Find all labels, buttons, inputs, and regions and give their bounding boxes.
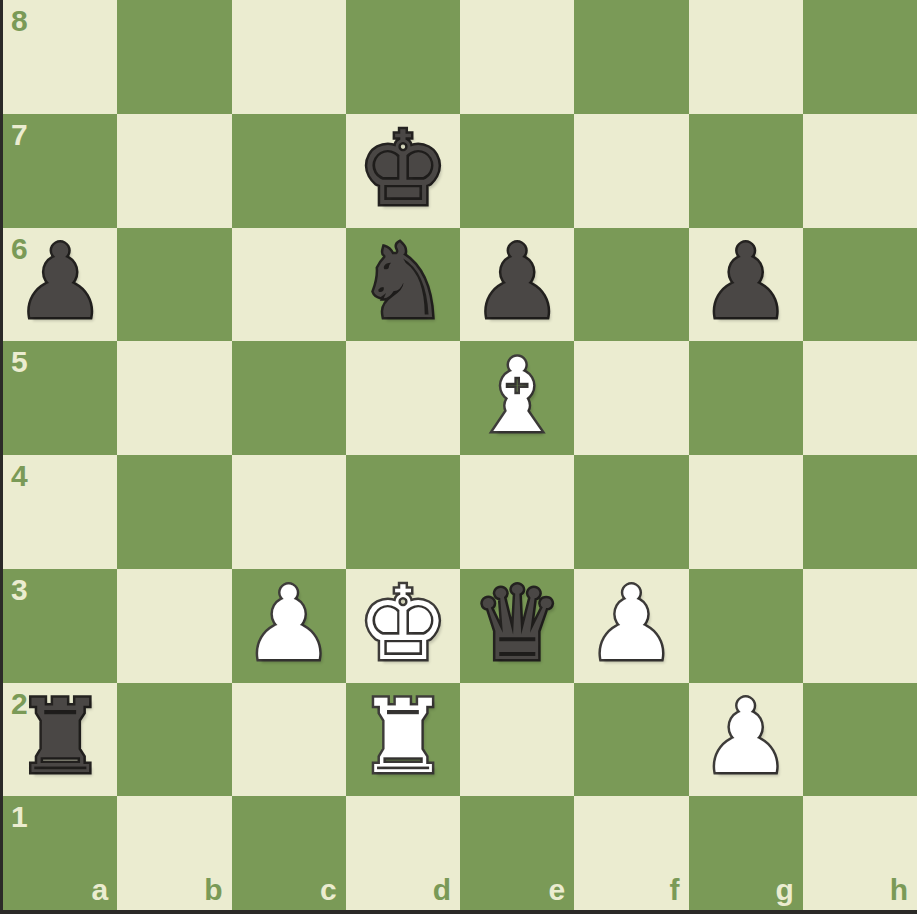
- square-h8[interactable]: [803, 0, 917, 114]
- square-d3[interactable]: ♚: [346, 569, 460, 683]
- square-b7[interactable]: [117, 114, 231, 228]
- chess-board: 87♚6♟♞♟♟5♝43♟♚♛♟2♜♜♟1abcdefgh: [3, 0, 917, 910]
- square-h1[interactable]: h: [803, 796, 917, 910]
- page-background: 87♚6♟♞♟♟5♝43♟♚♛♟2♜♜♟1abcdefgh: [0, 0, 917, 914]
- square-d7[interactable]: ♚: [346, 114, 460, 228]
- square-f2[interactable]: [574, 683, 688, 797]
- file-label-a: a: [92, 875, 109, 905]
- square-b1[interactable]: b: [117, 796, 231, 910]
- square-b5[interactable]: [117, 341, 231, 455]
- square-f6[interactable]: [574, 228, 688, 342]
- file-label-f: f: [670, 875, 680, 905]
- square-g5[interactable]: [689, 341, 803, 455]
- square-h3[interactable]: [803, 569, 917, 683]
- square-c3[interactable]: ♟: [232, 569, 346, 683]
- square-c4[interactable]: [232, 455, 346, 569]
- square-g4[interactable]: [689, 455, 803, 569]
- square-h7[interactable]: [803, 114, 917, 228]
- file-label-c: c: [320, 875, 337, 905]
- square-e8[interactable]: [460, 0, 574, 114]
- square-b2[interactable]: [117, 683, 231, 797]
- square-e6[interactable]: ♟: [460, 228, 574, 342]
- square-d8[interactable]: [346, 0, 460, 114]
- square-f8[interactable]: [574, 0, 688, 114]
- square-d6[interactable]: ♞: [346, 228, 460, 342]
- square-e4[interactable]: [460, 455, 574, 569]
- piece-black-knight[interactable]: ♞: [357, 231, 448, 333]
- square-e1[interactable]: e: [460, 796, 574, 910]
- square-d5[interactable]: [346, 341, 460, 455]
- piece-black-pawn[interactable]: ♟: [14, 231, 105, 333]
- square-d2[interactable]: ♜: [346, 683, 460, 797]
- square-e2[interactable]: [460, 683, 574, 797]
- square-d1[interactable]: d: [346, 796, 460, 910]
- square-h5[interactable]: [803, 341, 917, 455]
- square-c7[interactable]: [232, 114, 346, 228]
- file-label-b: b: [204, 875, 222, 905]
- rank-label-1: 1: [11, 802, 28, 832]
- square-a7[interactable]: 7: [3, 114, 117, 228]
- square-a3[interactable]: 3: [3, 569, 117, 683]
- square-b4[interactable]: [117, 455, 231, 569]
- square-a2[interactable]: 2♜: [3, 683, 117, 797]
- square-g6[interactable]: ♟: [689, 228, 803, 342]
- square-f1[interactable]: f: [574, 796, 688, 910]
- file-label-e: e: [549, 875, 566, 905]
- rank-label-8: 8: [11, 6, 28, 36]
- square-f7[interactable]: [574, 114, 688, 228]
- piece-black-king[interactable]: ♚: [357, 118, 448, 220]
- piece-white-pawn[interactable]: ♟: [586, 573, 677, 675]
- square-e7[interactable]: [460, 114, 574, 228]
- square-e3[interactable]: ♛: [460, 569, 574, 683]
- square-g3[interactable]: [689, 569, 803, 683]
- square-b8[interactable]: [117, 0, 231, 114]
- rank-label-7: 7: [11, 120, 28, 150]
- piece-black-pawn[interactable]: ♟: [471, 231, 562, 333]
- square-a6[interactable]: 6♟: [3, 228, 117, 342]
- square-h6[interactable]: [803, 228, 917, 342]
- square-c2[interactable]: [232, 683, 346, 797]
- square-h4[interactable]: [803, 455, 917, 569]
- square-c8[interactable]: [232, 0, 346, 114]
- square-c1[interactable]: c: [232, 796, 346, 910]
- square-g8[interactable]: [689, 0, 803, 114]
- rank-label-4: 4: [11, 461, 28, 491]
- square-c6[interactable]: [232, 228, 346, 342]
- file-label-g: g: [775, 875, 793, 905]
- rank-label-5: 5: [11, 347, 28, 377]
- square-a8[interactable]: 8: [3, 0, 117, 114]
- piece-black-pawn[interactable]: ♟: [700, 231, 791, 333]
- piece-white-bishop[interactable]: ♝: [471, 345, 562, 447]
- square-g7[interactable]: [689, 114, 803, 228]
- square-b3[interactable]: [117, 569, 231, 683]
- square-a4[interactable]: 4: [3, 455, 117, 569]
- square-a5[interactable]: 5: [3, 341, 117, 455]
- square-g1[interactable]: g: [689, 796, 803, 910]
- square-e5[interactable]: ♝: [460, 341, 574, 455]
- square-f3[interactable]: ♟: [574, 569, 688, 683]
- piece-white-king[interactable]: ♚: [357, 573, 448, 675]
- square-c5[interactable]: [232, 341, 346, 455]
- file-label-d: d: [433, 875, 451, 905]
- piece-white-pawn[interactable]: ♟: [700, 686, 791, 788]
- square-d4[interactable]: [346, 455, 460, 569]
- rank-label-3: 3: [11, 575, 28, 605]
- square-b6[interactable]: [117, 228, 231, 342]
- square-f4[interactable]: [574, 455, 688, 569]
- square-g2[interactable]: ♟: [689, 683, 803, 797]
- square-a1[interactable]: 1a: [3, 796, 117, 910]
- file-label-h: h: [890, 875, 908, 905]
- square-f5[interactable]: [574, 341, 688, 455]
- piece-black-queen[interactable]: ♛: [471, 573, 562, 675]
- piece-white-pawn[interactable]: ♟: [243, 573, 334, 675]
- piece-white-rook[interactable]: ♜: [357, 686, 448, 788]
- square-h2[interactable]: [803, 683, 917, 797]
- piece-black-rook[interactable]: ♜: [14, 686, 105, 788]
